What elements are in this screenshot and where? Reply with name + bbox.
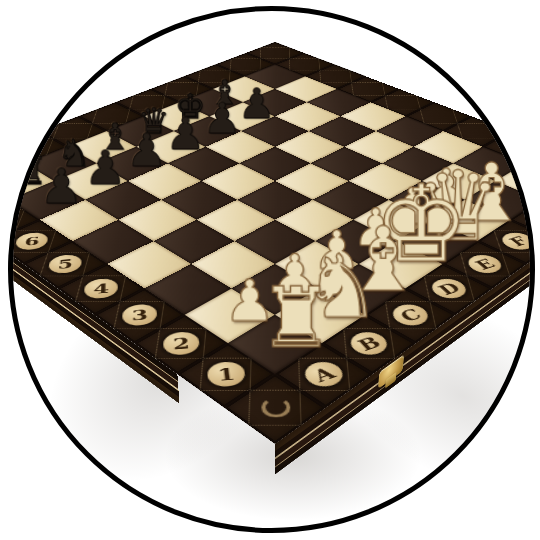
board-grid: 8♜♞♝♛♚♝7♟♟♟♟♟♟65432♟♟♟♟♟♟1♜♞♝♚♛♝ABCDEFGH (8, 42, 535, 444)
chess-board: 8♜♞♝♛♚♝7♟♟♟♟♟♟65432♟♟♟♟♟♟1♜♞♝♚♛♝ABCDEFGH (8, 42, 535, 444)
circular-photo-mask: 8♜♞♝♛♚♝7♟♟♟♟♟♟65432♟♟♟♟♟♟1♜♞♝♚♛♝ABCDEFGH (8, 6, 535, 533)
corner-curl-icon (260, 398, 289, 418)
file-label-text-g: G (528, 209, 535, 230)
border-tile (8, 147, 25, 181)
file-label-text-b: B (344, 328, 393, 358)
rank-label-text-1: 1 (206, 361, 246, 388)
square-h2 (453, 147, 524, 181)
rank-label-text-4: 4 (84, 278, 118, 300)
file-label-text-c: C (387, 301, 435, 329)
photo-frame: 8♜♞♝♛♚♝7♟♟♟♟♟♟65432♟♟♟♟♟♟1♜♞♝♚♛♝ABCDEFGH (0, 0, 540, 540)
border-tile (525, 147, 535, 181)
file-label-text-e: E (462, 252, 507, 276)
rank-label-text-7: 7 (8, 211, 17, 229)
rank-label-text-3: 3 (122, 303, 157, 326)
scene: 8♜♞♝♛♚♝7♟♟♟♟♟♟65432♟♟♟♟♟♟1♜♞♝♚♛♝ABCDEFGH (13, 11, 530, 528)
file-label-text-d: D (426, 276, 473, 302)
file-label-text-a: A (299, 358, 350, 391)
rank-label-text-5: 5 (48, 254, 82, 274)
rank-label-text-2: 2 (163, 331, 200, 356)
rank-label-8: 8 (8, 181, 9, 220)
square-f6 (241, 116, 308, 146)
rank-label-text-6: 6 (15, 232, 49, 251)
file-label-text-f: F (496, 230, 535, 253)
